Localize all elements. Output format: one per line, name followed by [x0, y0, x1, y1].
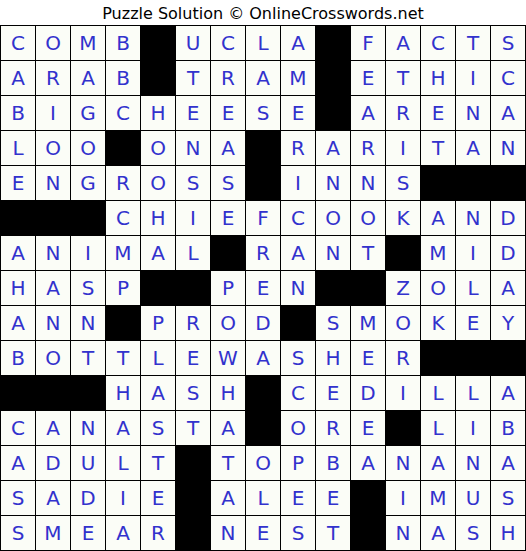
- letter-cell-r7c13: M: [421, 236, 455, 270]
- block-cell-r9c9: [281, 306, 315, 340]
- letter-cell-r12c5: S: [141, 411, 175, 445]
- letter-cell-r14c12: I: [386, 481, 420, 515]
- letter-cell-r5c7: S: [211, 166, 245, 200]
- letter-cell-r15c14: S: [456, 516, 490, 550]
- letter-cell-r15c12: N: [386, 516, 420, 550]
- letter-cell-r3c3: G: [71, 96, 105, 130]
- letter-cell-r2c7: R: [211, 61, 245, 95]
- letter-cell-r10c3: T: [71, 341, 105, 375]
- letter-cell-r13c13: A: [421, 446, 455, 480]
- block-cell-r14c6: [176, 481, 210, 515]
- block-cell-r8c5: [141, 271, 175, 305]
- block-cell-r9c4: [106, 306, 140, 340]
- letter-cell-r10c9: S: [281, 341, 315, 375]
- letter-cell-r11c13: L: [421, 376, 455, 410]
- letter-cell-r9c14: E: [456, 306, 490, 340]
- letter-cell-r9c13: K: [421, 306, 455, 340]
- letter-cell-r7c8: R: [246, 236, 280, 270]
- letter-cell-r6c15: D: [491, 201, 525, 235]
- title-bar: Puzzle Solution © OnlineCrosswords.net: [0, 0, 526, 25]
- puzzle-solution-page: Puzzle Solution © OnlineCrosswords.net C…: [0, 0, 526, 551]
- block-cell-r14c11: [351, 481, 385, 515]
- letter-cell-r2c6: T: [176, 61, 210, 95]
- letter-cell-r15c1: S: [1, 516, 35, 550]
- letter-cell-r13c1: A: [1, 446, 35, 480]
- letter-cell-r7c1: A: [1, 236, 35, 270]
- letter-cell-r1c3: M: [71, 26, 105, 60]
- letter-cell-r6c4: C: [106, 201, 140, 235]
- letter-cell-r5c4: R: [106, 166, 140, 200]
- letter-cell-r13c15: A: [491, 446, 525, 480]
- letter-cell-r2c15: C: [491, 61, 525, 95]
- block-cell-r4c4: [106, 131, 140, 165]
- letter-cell-r5c5: O: [141, 166, 175, 200]
- letter-cell-r6c9: C: [281, 201, 315, 235]
- letter-cell-r6c11: O: [351, 201, 385, 235]
- letter-cell-r14c14: U: [456, 481, 490, 515]
- letter-cell-r8c8: E: [246, 271, 280, 305]
- letter-cell-r5c11: N: [351, 166, 385, 200]
- letter-cell-r10c2: O: [36, 341, 70, 375]
- block-cell-r11c8: [246, 376, 280, 410]
- letter-cell-r15c10: T: [316, 516, 350, 550]
- letter-cell-r7c15: D: [491, 236, 525, 270]
- letter-cell-r11c15: A: [491, 376, 525, 410]
- letter-cell-r4c13: T: [421, 131, 455, 165]
- letter-cell-r12c1: C: [1, 411, 35, 445]
- letter-cell-r8c15: A: [491, 271, 525, 305]
- block-cell-r12c8: [246, 411, 280, 445]
- letter-cell-r2c12: T: [386, 61, 420, 95]
- letter-cell-r3c4: C: [106, 96, 140, 130]
- letter-cell-r13c4: L: [106, 446, 140, 480]
- letter-cell-r5c10: N: [316, 166, 350, 200]
- letter-cell-r2c1: A: [1, 61, 35, 95]
- letter-cell-r4c1: L: [1, 131, 35, 165]
- letter-cell-r9c7: O: [211, 306, 245, 340]
- block-cell-r1c10: [316, 26, 350, 60]
- letter-cell-r12c3: N: [71, 411, 105, 445]
- letter-cell-r7c4: M: [106, 236, 140, 270]
- block-cell-r2c10: [316, 61, 350, 95]
- letter-cell-r13c8: O: [246, 446, 280, 480]
- letter-cell-r8c4: P: [106, 271, 140, 305]
- letter-cell-r1c13: C: [421, 26, 455, 60]
- block-cell-r8c11: [351, 271, 385, 305]
- letter-cell-r12c4: A: [106, 411, 140, 445]
- letter-cell-r4c2: O: [36, 131, 70, 165]
- letter-cell-r6c8: F: [246, 201, 280, 235]
- letter-cell-r8c1: H: [1, 271, 35, 305]
- block-cell-r5c14: [456, 166, 490, 200]
- letter-cell-r9c1: A: [1, 306, 35, 340]
- letter-cell-r11c4: H: [106, 376, 140, 410]
- letter-cell-r15c7: N: [211, 516, 245, 550]
- block-cell-r7c12: [386, 236, 420, 270]
- letter-cell-r4c3: O: [71, 131, 105, 165]
- letter-cell-r8c12: Z: [386, 271, 420, 305]
- letter-cell-r11c10: E: [316, 376, 350, 410]
- letter-cell-r11c6: S: [176, 376, 210, 410]
- block-cell-r7c7: [211, 236, 245, 270]
- letter-cell-r15c8: E: [246, 516, 280, 550]
- letter-cell-r7c10: N: [316, 236, 350, 270]
- letter-cell-r14c7: A: [211, 481, 245, 515]
- letter-cell-r11c14: L: [456, 376, 490, 410]
- letter-cell-r13c12: N: [386, 446, 420, 480]
- page-title: Puzzle Solution © OnlineCrosswords.net: [102, 4, 424, 23]
- letter-cell-r9c10: S: [316, 306, 350, 340]
- letter-cell-r5c3: G: [71, 166, 105, 200]
- letter-cell-r3c5: H: [141, 96, 175, 130]
- letter-cell-r4c12: I: [386, 131, 420, 165]
- letter-cell-r11c11: D: [351, 376, 385, 410]
- letter-cell-r2c3: A: [71, 61, 105, 95]
- letter-cell-r4c9: R: [281, 131, 315, 165]
- letter-cell-r14c9: E: [281, 481, 315, 515]
- letter-cell-r9c5: P: [141, 306, 175, 340]
- letter-cell-r2c11: E: [351, 61, 385, 95]
- letter-cell-r15c3: E: [71, 516, 105, 550]
- letter-cell-r9c6: R: [176, 306, 210, 340]
- letter-cell-r7c3: I: [71, 236, 105, 270]
- letter-cell-r9c3: N: [71, 306, 105, 340]
- block-cell-r8c10: [316, 271, 350, 305]
- letter-cell-r4c14: A: [456, 131, 490, 165]
- letter-cell-r8c7: P: [211, 271, 245, 305]
- letter-cell-r1c11: F: [351, 26, 385, 60]
- letter-cell-r8c2: A: [36, 271, 70, 305]
- letter-cell-r7c2: N: [36, 236, 70, 270]
- letter-cell-r12c9: O: [281, 411, 315, 445]
- letter-cell-r6c5: H: [141, 201, 175, 235]
- letter-cell-r14c10: E: [316, 481, 350, 515]
- letter-cell-r15c5: R: [141, 516, 175, 550]
- block-cell-r11c1: [1, 376, 35, 410]
- block-cell-r1c5: [141, 26, 175, 60]
- letter-cell-r8c13: O: [421, 271, 455, 305]
- letter-cell-r15c9: S: [281, 516, 315, 550]
- letter-cell-r12c2: A: [36, 411, 70, 445]
- letter-cell-r11c9: C: [281, 376, 315, 410]
- letter-cell-r5c12: S: [386, 166, 420, 200]
- letter-cell-r13c5: T: [141, 446, 175, 480]
- block-cell-r5c8: [246, 166, 280, 200]
- block-cell-r8c6: [176, 271, 210, 305]
- letter-cell-r14c1: S: [1, 481, 35, 515]
- letter-cell-r3c13: E: [421, 96, 455, 130]
- letter-cell-r3c11: A: [351, 96, 385, 130]
- letter-cell-r2c9: M: [281, 61, 315, 95]
- block-cell-r2c5: [141, 61, 175, 95]
- letter-cell-r13c7: T: [211, 446, 245, 480]
- letter-cell-r1c15: S: [491, 26, 525, 60]
- letter-cell-r11c12: I: [386, 376, 420, 410]
- letter-cell-r3c14: N: [456, 96, 490, 130]
- block-cell-r5c13: [421, 166, 455, 200]
- letter-cell-r5c1: E: [1, 166, 35, 200]
- letter-cell-r10c11: E: [351, 341, 385, 375]
- letter-cell-r1c8: L: [246, 26, 280, 60]
- letter-cell-r9c8: D: [246, 306, 280, 340]
- letter-cell-r2c2: R: [36, 61, 70, 95]
- letter-cell-r2c13: H: [421, 61, 455, 95]
- letter-cell-r10c1: B: [1, 341, 35, 375]
- letter-cell-r13c9: P: [281, 446, 315, 480]
- letter-cell-r10c10: H: [316, 341, 350, 375]
- block-cell-r5c15: [491, 166, 525, 200]
- block-cell-r10c14: [456, 341, 490, 375]
- letter-cell-r14c8: L: [246, 481, 280, 515]
- letter-cell-r14c3: D: [71, 481, 105, 515]
- letter-cell-r4c11: R: [351, 131, 385, 165]
- letter-cell-r4c5: O: [141, 131, 175, 165]
- letter-cell-r10c8: A: [246, 341, 280, 375]
- letter-cell-r6c12: K: [386, 201, 420, 235]
- letter-cell-r13c3: U: [71, 446, 105, 480]
- letter-cell-r8c3: S: [71, 271, 105, 305]
- letter-cell-r3c1: B: [1, 96, 35, 130]
- letter-cell-r10c4: T: [106, 341, 140, 375]
- block-cell-r4c8: [246, 131, 280, 165]
- letter-cell-r13c11: A: [351, 446, 385, 480]
- letter-cell-r3c2: I: [36, 96, 70, 130]
- letter-cell-r6c7: E: [211, 201, 245, 235]
- letter-cell-r12c6: T: [176, 411, 210, 445]
- letter-cell-r12c10: R: [316, 411, 350, 445]
- letter-cell-r14c4: I: [106, 481, 140, 515]
- letter-cell-r1c7: C: [211, 26, 245, 60]
- letter-cell-r12c15: B: [491, 411, 525, 445]
- letter-cell-r11c5: A: [141, 376, 175, 410]
- block-cell-r10c13: [421, 341, 455, 375]
- letter-cell-r1c12: A: [386, 26, 420, 60]
- letter-cell-r12c7: A: [211, 411, 245, 445]
- letter-cell-r13c2: D: [36, 446, 70, 480]
- letter-cell-r7c14: I: [456, 236, 490, 270]
- letter-cell-r1c6: U: [176, 26, 210, 60]
- letter-cell-r14c2: A: [36, 481, 70, 515]
- crossword-grid: COMBUCLAFACTSARABTRAMETHICBIGCHEESEARENA…: [0, 25, 526, 551]
- block-cell-r6c3: [71, 201, 105, 235]
- letter-cell-r9c12: O: [386, 306, 420, 340]
- letter-cell-r15c13: A: [421, 516, 455, 550]
- letter-cell-r15c4: A: [106, 516, 140, 550]
- letter-cell-r10c12: R: [386, 341, 420, 375]
- letter-cell-r10c6: E: [176, 341, 210, 375]
- letter-cell-r5c6: S: [176, 166, 210, 200]
- letter-cell-r6c10: O: [316, 201, 350, 235]
- letter-cell-r12c14: I: [456, 411, 490, 445]
- letter-cell-r15c15: H: [491, 516, 525, 550]
- letter-cell-r4c10: A: [316, 131, 350, 165]
- letter-cell-r12c13: L: [421, 411, 455, 445]
- block-cell-r15c6: [176, 516, 210, 550]
- letter-cell-r15c2: M: [36, 516, 70, 550]
- block-cell-r12c12: [386, 411, 420, 445]
- letter-cell-r7c6: L: [176, 236, 210, 270]
- letter-cell-r1c9: A: [281, 26, 315, 60]
- letter-cell-r4c6: N: [176, 131, 210, 165]
- letter-cell-r3c8: S: [246, 96, 280, 130]
- letter-cell-r2c8: A: [246, 61, 280, 95]
- letter-cell-r12c11: E: [351, 411, 385, 445]
- letter-cell-r8c9: N: [281, 271, 315, 305]
- letter-cell-r8c14: L: [456, 271, 490, 305]
- letter-cell-r9c15: Y: [491, 306, 525, 340]
- letter-cell-r1c14: T: [456, 26, 490, 60]
- letter-cell-r3c7: E: [211, 96, 245, 130]
- block-cell-r10c15: [491, 341, 525, 375]
- block-cell-r11c3: [71, 376, 105, 410]
- letter-cell-r3c6: E: [176, 96, 210, 130]
- letter-cell-r11c7: H: [211, 376, 245, 410]
- block-cell-r3c10: [316, 96, 350, 130]
- letter-cell-r3c15: A: [491, 96, 525, 130]
- letter-cell-r7c11: T: [351, 236, 385, 270]
- block-cell-r6c2: [36, 201, 70, 235]
- block-cell-r6c1: [1, 201, 35, 235]
- letter-cell-r2c14: I: [456, 61, 490, 95]
- letter-cell-r10c7: W: [211, 341, 245, 375]
- letter-cell-r6c14: N: [456, 201, 490, 235]
- letter-cell-r14c5: E: [141, 481, 175, 515]
- letter-cell-r2c4: B: [106, 61, 140, 95]
- letter-cell-r7c5: A: [141, 236, 175, 270]
- letter-cell-r6c6: I: [176, 201, 210, 235]
- letter-cell-r1c4: B: [106, 26, 140, 60]
- letter-cell-r7c9: A: [281, 236, 315, 270]
- letter-cell-r9c2: N: [36, 306, 70, 340]
- letter-cell-r14c15: S: [491, 481, 525, 515]
- block-cell-r15c11: [351, 516, 385, 550]
- letter-cell-r13c14: N: [456, 446, 490, 480]
- letter-cell-r6c13: A: [421, 201, 455, 235]
- letter-cell-r3c9: E: [281, 96, 315, 130]
- letter-cell-r9c11: M: [351, 306, 385, 340]
- letter-cell-r13c10: B: [316, 446, 350, 480]
- letter-cell-r1c2: O: [36, 26, 70, 60]
- letter-cell-r3c12: R: [386, 96, 420, 130]
- block-cell-r13c6: [176, 446, 210, 480]
- letter-cell-r5c9: I: [281, 166, 315, 200]
- letter-cell-r1c1: C: [1, 26, 35, 60]
- letter-cell-r14c13: M: [421, 481, 455, 515]
- letter-cell-r4c7: A: [211, 131, 245, 165]
- letter-cell-r5c2: N: [36, 166, 70, 200]
- letter-cell-r4c15: N: [491, 131, 525, 165]
- block-cell-r11c2: [36, 376, 70, 410]
- letter-cell-r10c5: L: [141, 341, 175, 375]
